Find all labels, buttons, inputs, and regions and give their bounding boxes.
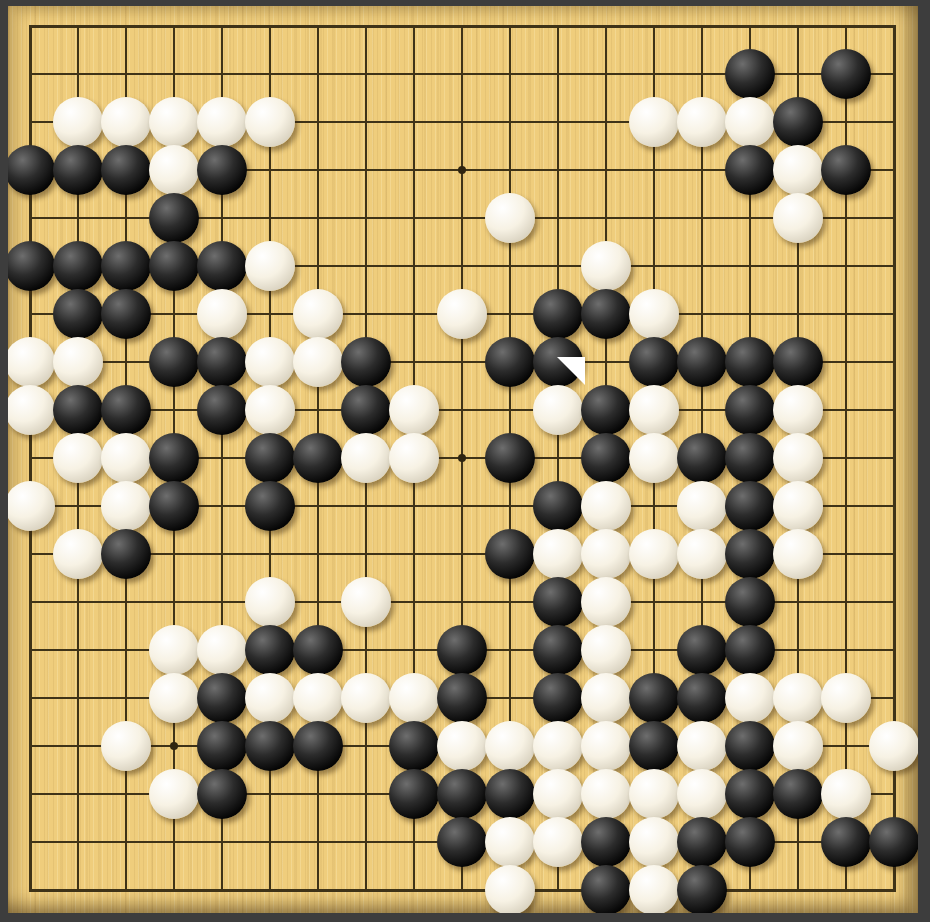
black-stone (389, 721, 439, 771)
black-stone (245, 721, 295, 771)
black-stone (197, 769, 247, 819)
black-stone (629, 337, 679, 387)
black-stone (581, 433, 631, 483)
star-point (458, 454, 466, 462)
white-stone (725, 97, 775, 147)
white-stone (629, 769, 679, 819)
white-stone (773, 529, 823, 579)
white-stone (293, 337, 343, 387)
white-stone (533, 817, 583, 867)
white-stone (581, 721, 631, 771)
white-stone (53, 97, 103, 147)
black-stone (677, 673, 727, 723)
white-stone (533, 529, 583, 579)
black-stone (725, 529, 775, 579)
white-stone (245, 241, 295, 291)
black-stone (725, 481, 775, 531)
white-stone (773, 673, 823, 723)
white-stone (581, 241, 631, 291)
black-stone (581, 289, 631, 339)
white-stone (869, 721, 918, 771)
white-stone (149, 769, 199, 819)
white-stone (629, 97, 679, 147)
black-stone (677, 625, 727, 675)
black-stone (869, 817, 918, 867)
white-stone (149, 673, 199, 723)
white-stone (437, 721, 487, 771)
black-stone (53, 145, 103, 195)
black-stone (149, 241, 199, 291)
black-stone (485, 769, 535, 819)
white-stone (389, 385, 439, 435)
black-stone (245, 433, 295, 483)
white-stone (245, 97, 295, 147)
black-stone (485, 529, 535, 579)
white-stone (629, 817, 679, 867)
white-stone (197, 97, 247, 147)
black-stone (533, 625, 583, 675)
white-stone (245, 673, 295, 723)
white-stone (485, 193, 535, 243)
white-stone (773, 145, 823, 195)
black-stone (725, 625, 775, 675)
black-stone (341, 385, 391, 435)
white-stone (581, 769, 631, 819)
black-stone (293, 433, 343, 483)
white-stone (293, 289, 343, 339)
black-stone (773, 337, 823, 387)
white-stone (8, 385, 55, 435)
white-stone (437, 289, 487, 339)
black-stone (677, 817, 727, 867)
black-stone (245, 481, 295, 531)
black-stone (341, 337, 391, 387)
black-stone (773, 97, 823, 147)
board-frame (0, 0, 930, 922)
black-stone (533, 577, 583, 627)
white-stone (821, 673, 871, 723)
white-stone (581, 577, 631, 627)
black-stone (389, 769, 439, 819)
black-stone (53, 241, 103, 291)
white-stone (101, 481, 151, 531)
black-stone (581, 865, 631, 913)
black-stone (197, 337, 247, 387)
white-stone (821, 769, 871, 819)
black-stone (149, 433, 199, 483)
black-stone (725, 433, 775, 483)
white-stone (8, 481, 55, 531)
black-stone (677, 865, 727, 913)
white-stone (485, 721, 535, 771)
white-stone (149, 145, 199, 195)
white-stone (677, 97, 727, 147)
white-stone (533, 721, 583, 771)
white-stone (197, 625, 247, 675)
grid-line-horizontal (29, 889, 896, 892)
white-stone (389, 673, 439, 723)
white-stone (245, 577, 295, 627)
star-point (170, 742, 178, 750)
white-stone (677, 481, 727, 531)
white-stone (677, 721, 727, 771)
black-stone (437, 817, 487, 867)
black-stone (581, 817, 631, 867)
black-stone (149, 193, 199, 243)
white-stone (293, 673, 343, 723)
white-stone (773, 433, 823, 483)
white-stone (629, 433, 679, 483)
black-stone (149, 337, 199, 387)
black-stone (677, 433, 727, 483)
white-stone (101, 433, 151, 483)
black-stone (197, 673, 247, 723)
black-stone (581, 385, 631, 435)
white-stone (773, 193, 823, 243)
black-stone (53, 385, 103, 435)
white-stone (629, 529, 679, 579)
black-stone (485, 433, 535, 483)
white-stone (197, 289, 247, 339)
star-point (458, 166, 466, 174)
black-stone (101, 529, 151, 579)
black-stone (629, 673, 679, 723)
black-stone (197, 241, 247, 291)
white-stone (389, 433, 439, 483)
black-stone (437, 673, 487, 723)
black-stone (725, 385, 775, 435)
black-stone (8, 145, 55, 195)
white-stone (677, 529, 727, 579)
white-stone (53, 337, 103, 387)
black-stone (8, 241, 55, 291)
black-stone (725, 577, 775, 627)
black-stone (197, 721, 247, 771)
white-stone (581, 673, 631, 723)
white-stone (53, 529, 103, 579)
black-stone (725, 145, 775, 195)
black-stone (821, 145, 871, 195)
white-stone (773, 721, 823, 771)
black-stone (725, 337, 775, 387)
white-stone (341, 673, 391, 723)
white-stone (341, 433, 391, 483)
white-stone (773, 385, 823, 435)
black-stone (821, 49, 871, 99)
black-stone (629, 721, 679, 771)
white-stone (149, 97, 199, 147)
black-stone (101, 145, 151, 195)
go-board[interactable] (8, 6, 918, 913)
white-stone (629, 865, 679, 913)
black-stone (245, 625, 295, 675)
black-stone (725, 817, 775, 867)
black-stone (533, 673, 583, 723)
black-stone (437, 625, 487, 675)
white-stone (8, 337, 55, 387)
black-stone (437, 769, 487, 819)
white-stone (629, 385, 679, 435)
white-stone (581, 529, 631, 579)
white-stone (485, 817, 535, 867)
white-stone (677, 769, 727, 819)
white-stone (149, 625, 199, 675)
white-stone (341, 577, 391, 627)
black-stone (821, 817, 871, 867)
white-stone (773, 481, 823, 531)
black-stone (725, 721, 775, 771)
black-stone (101, 241, 151, 291)
white-stone (101, 721, 151, 771)
black-stone (677, 337, 727, 387)
white-stone (629, 289, 679, 339)
black-stone (197, 145, 247, 195)
black-stone (293, 625, 343, 675)
white-stone (485, 865, 535, 913)
white-stone (581, 481, 631, 531)
black-stone (197, 385, 247, 435)
black-stone (101, 289, 151, 339)
white-stone (725, 673, 775, 723)
black-stone (725, 769, 775, 819)
white-stone (581, 625, 631, 675)
white-stone (101, 97, 151, 147)
black-stone (53, 289, 103, 339)
white-stone (53, 433, 103, 483)
white-stone (533, 769, 583, 819)
white-stone (245, 385, 295, 435)
black-stone (293, 721, 343, 771)
black-stone (533, 481, 583, 531)
black-stone (725, 49, 775, 99)
white-stone (533, 385, 583, 435)
black-stone (485, 337, 535, 387)
black-stone (101, 385, 151, 435)
black-stone (149, 481, 199, 531)
black-stone (773, 769, 823, 819)
black-stone (533, 289, 583, 339)
white-stone (245, 337, 295, 387)
